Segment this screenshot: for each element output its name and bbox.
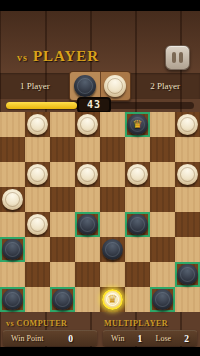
title-text: PLAYER bbox=[33, 48, 99, 64]
square-r6c5[interactable] bbox=[125, 262, 150, 287]
square-r1c7 bbox=[175, 137, 200, 162]
square-r2c2 bbox=[50, 162, 75, 187]
square-r5c3 bbox=[75, 237, 100, 262]
multiplayer-stats-panel: Win 1 Lose 2 bbox=[103, 330, 197, 346]
square-r6c6 bbox=[150, 262, 175, 287]
win-value: 1 bbox=[138, 334, 143, 344]
win-point-value: 0 bbox=[68, 334, 73, 344]
player2-label: 2 Player bbox=[150, 73, 180, 99]
white-man[interactable] bbox=[177, 164, 198, 185]
square-r4c6 bbox=[150, 212, 175, 237]
win-point-panel: Win Point 0 bbox=[3, 330, 97, 346]
square-r7c0[interactable] bbox=[0, 287, 25, 312]
multiplayer-title: MULTIPLAYER bbox=[104, 319, 168, 328]
square-r4c5[interactable] bbox=[125, 212, 150, 237]
timer-progress-fill bbox=[6, 102, 77, 109]
timer-value: 43 bbox=[77, 97, 111, 113]
square-r6c7[interactable] bbox=[175, 262, 200, 287]
square-r4c7[interactable] bbox=[175, 212, 200, 237]
black-king[interactable]: ♛ bbox=[127, 114, 148, 135]
square-r4c1[interactable] bbox=[25, 212, 50, 237]
black-man[interactable] bbox=[152, 289, 173, 310]
square-r5c1 bbox=[25, 237, 50, 262]
square-r4c0 bbox=[0, 212, 25, 237]
black-checker-icon bbox=[74, 75, 96, 97]
white-man[interactable] bbox=[127, 164, 148, 185]
white-man[interactable] bbox=[2, 189, 23, 210]
white-king[interactable]: ♛ bbox=[102, 289, 123, 310]
win-point-label: Win Point bbox=[11, 334, 43, 343]
square-r0c5[interactable]: ♛ bbox=[125, 112, 150, 137]
black-man[interactable] bbox=[2, 289, 23, 310]
square-r0c3[interactable] bbox=[75, 112, 100, 137]
pause-button[interactable] bbox=[165, 45, 190, 70]
square-r3c7 bbox=[175, 187, 200, 212]
square-r7c6[interactable] bbox=[150, 287, 175, 312]
square-r3c2[interactable] bbox=[50, 187, 75, 212]
player-bar: 1 Player 2 Player bbox=[0, 73, 200, 99]
black-man[interactable] bbox=[102, 239, 123, 260]
square-r2c5[interactable] bbox=[125, 162, 150, 187]
square-r3c3 bbox=[75, 187, 100, 212]
square-r5c6[interactable] bbox=[150, 237, 175, 262]
square-r2c7[interactable] bbox=[175, 162, 200, 187]
black-man[interactable] bbox=[77, 214, 98, 235]
square-r2c3[interactable] bbox=[75, 162, 100, 187]
white-man[interactable] bbox=[77, 164, 98, 185]
square-r4c4 bbox=[100, 212, 125, 237]
white-man[interactable] bbox=[27, 114, 48, 135]
title-prefix: vs bbox=[17, 52, 28, 63]
square-r1c6[interactable] bbox=[150, 137, 175, 162]
crown-icon: ♛ bbox=[133, 119, 143, 130]
square-r7c7 bbox=[175, 287, 200, 312]
square-r3c4[interactable] bbox=[100, 187, 125, 212]
square-r1c2[interactable] bbox=[50, 137, 75, 162]
square-r0c0 bbox=[0, 112, 25, 137]
white-man[interactable] bbox=[27, 214, 48, 235]
square-r7c3 bbox=[75, 287, 100, 312]
square-r5c4[interactable] bbox=[100, 237, 125, 262]
square-r5c0[interactable] bbox=[0, 237, 25, 262]
black-man[interactable] bbox=[177, 264, 198, 285]
win-label: Win bbox=[111, 334, 124, 343]
square-r1c5 bbox=[125, 137, 150, 162]
square-r6c1[interactable] bbox=[25, 262, 50, 287]
player1-label: 1 Player bbox=[20, 73, 50, 99]
board: ♛♛ bbox=[0, 112, 200, 312]
square-r0c7[interactable] bbox=[175, 112, 200, 137]
lose-value: 2 bbox=[184, 334, 189, 344]
white-man[interactable] bbox=[27, 164, 48, 185]
white-checker-icon bbox=[104, 75, 126, 97]
square-r1c3 bbox=[75, 137, 100, 162]
square-r6c2 bbox=[50, 262, 75, 287]
page-title: vs PLAYER bbox=[17, 47, 99, 65]
pause-icon bbox=[172, 52, 183, 63]
square-r7c1 bbox=[25, 287, 50, 312]
square-r5c2[interactable] bbox=[50, 237, 75, 262]
square-r2c0 bbox=[0, 162, 25, 187]
square-r2c1[interactable] bbox=[25, 162, 50, 187]
square-r1c0[interactable] bbox=[0, 137, 25, 162]
black-man[interactable] bbox=[52, 289, 73, 310]
black-man[interactable] bbox=[127, 214, 148, 235]
checkers-app-screen: vs PLAYER 1 Player 2 Player 43 ♛♛ vs COM… bbox=[0, 0, 200, 356]
white-man[interactable] bbox=[77, 114, 98, 135]
turn-cell-white bbox=[100, 72, 131, 100]
square-r6c4 bbox=[100, 262, 125, 287]
square-r3c1 bbox=[25, 187, 50, 212]
vs-computer-title: vs COMPUTER bbox=[6, 319, 67, 328]
lose-label: Lose bbox=[156, 334, 172, 343]
square-r5c5 bbox=[125, 237, 150, 262]
square-r4c2 bbox=[50, 212, 75, 237]
square-r2c4 bbox=[100, 162, 125, 187]
square-r1c4[interactable] bbox=[100, 137, 125, 162]
turn-cell-black bbox=[70, 72, 100, 100]
square-r3c0[interactable] bbox=[0, 187, 25, 212]
square-r6c3[interactable] bbox=[75, 262, 100, 287]
bottom-nav-strip bbox=[0, 347, 200, 356]
black-man[interactable] bbox=[2, 239, 23, 260]
crown-icon: ♛ bbox=[108, 294, 118, 305]
status-bar bbox=[0, 0, 200, 11]
square-r2c6 bbox=[150, 162, 175, 187]
square-r6c0 bbox=[0, 262, 25, 287]
square-r5c7 bbox=[175, 237, 200, 262]
square-r7c4[interactable]: ♛ bbox=[100, 287, 125, 312]
square-r1c1 bbox=[25, 137, 50, 162]
square-r4c3[interactable] bbox=[75, 212, 100, 237]
white-man[interactable] bbox=[177, 114, 198, 135]
square-r0c1[interactable] bbox=[25, 112, 50, 137]
square-r0c4 bbox=[100, 112, 125, 137]
square-r7c5 bbox=[125, 287, 150, 312]
square-r3c5 bbox=[125, 187, 150, 212]
square-r0c6 bbox=[150, 112, 175, 137]
square-r3c6[interactable] bbox=[150, 187, 175, 212]
square-r0c2 bbox=[50, 112, 75, 137]
square-r7c2[interactable] bbox=[50, 287, 75, 312]
